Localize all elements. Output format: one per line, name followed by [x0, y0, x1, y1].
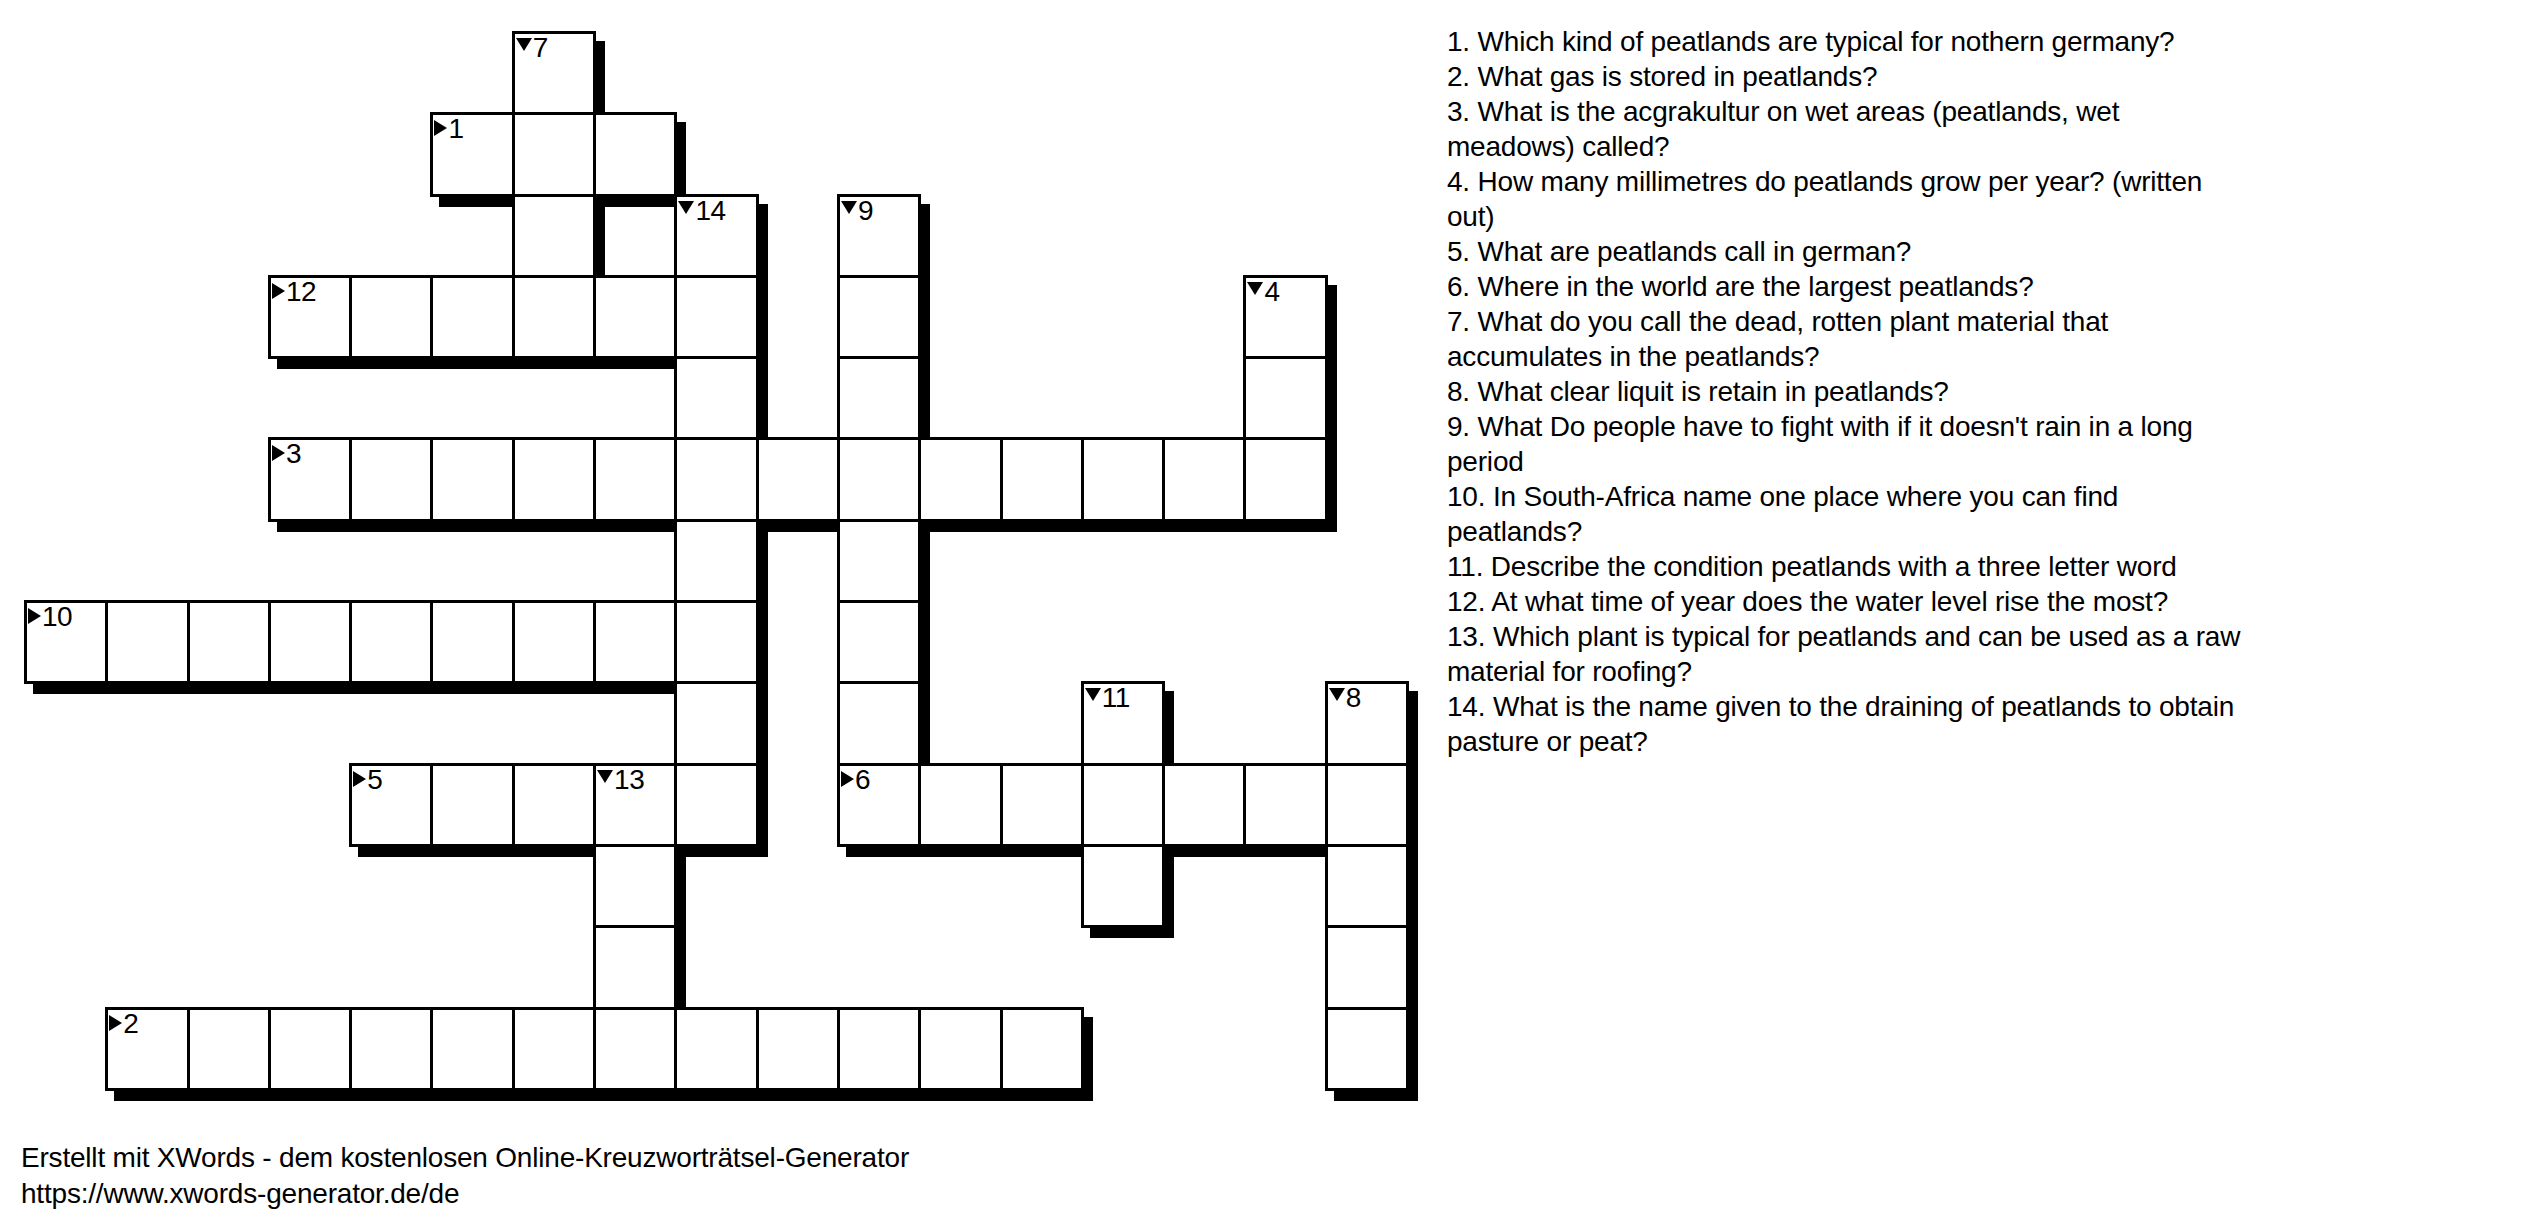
crossword-cell[interactable] [837, 519, 921, 603]
crossword-cell[interactable] [1081, 763, 1165, 847]
crossword-cell[interactable] [837, 194, 921, 278]
crossword-cell[interactable] [1000, 1007, 1084, 1091]
crossword-cell[interactable] [187, 1007, 271, 1091]
crossword-cell[interactable] [593, 844, 677, 928]
crossword-cell[interactable] [918, 763, 1002, 847]
crossword-cell[interactable] [593, 763, 677, 847]
crossword-cell[interactable] [837, 681, 921, 765]
crossword-cell[interactable] [430, 600, 514, 684]
crossword-cell[interactable] [1162, 437, 1246, 521]
crossword-cell[interactable] [756, 437, 840, 521]
clue-text-6: 6. Where in the world are the largest pe… [1447, 269, 2507, 304]
crossword-cell[interactable] [268, 600, 352, 684]
crossword-cell[interactable] [837, 437, 921, 521]
crossword-cell[interactable] [837, 356, 921, 440]
clue-text-8: 8. What clear liquit is retain in peatla… [1447, 374, 2507, 409]
crossword-cell[interactable] [837, 275, 921, 359]
crossword-board: 1234567891011121314 [24, 31, 1406, 1088]
crossword-cell[interactable] [674, 437, 758, 521]
crossword-cell[interactable] [512, 600, 596, 684]
crossword-cell[interactable] [268, 1007, 352, 1091]
crossword-cell[interactable] [593, 437, 677, 521]
clue-text-5: 5. What are peatlands call in german? [1447, 234, 2507, 269]
crossword-cell[interactable] [837, 1007, 921, 1091]
crossword-cell[interactable] [187, 600, 271, 684]
crossword-cell[interactable] [1081, 437, 1165, 521]
crossword-cell[interactable] [430, 275, 514, 359]
clue-text-14: 14. What is the name given to the draini… [1447, 689, 2507, 759]
crossword-cell[interactable] [512, 31, 596, 115]
crossword-cell[interactable] [1162, 763, 1246, 847]
crossword-cell[interactable] [268, 437, 352, 521]
clues-panel: 1. Which kind of peatlands are typical f… [1447, 24, 2507, 759]
crossword-cell[interactable] [105, 600, 189, 684]
crossword-cell[interactable] [593, 925, 677, 1009]
crossword-cell[interactable] [430, 1007, 514, 1091]
page: 1234567891011121314 1. Which kind of pea… [0, 0, 2524, 1229]
generator-url: https://www.xwords-generator.de/de [21, 1176, 909, 1212]
crossword-cell[interactable] [105, 1007, 189, 1091]
crossword-cell[interactable] [1243, 763, 1327, 847]
crossword-cell[interactable] [512, 112, 596, 196]
clue-text-4: 4. How many millimetres do peatlands gro… [1447, 164, 2507, 234]
crossword-cell[interactable] [512, 194, 596, 278]
crossword-cell[interactable] [430, 112, 514, 196]
crossword-cell[interactable] [430, 763, 514, 847]
crossword-cell[interactable] [593, 1007, 677, 1091]
crossword-cell[interactable] [674, 681, 758, 765]
clue-text-11: 11. Describe the condition peatlands wit… [1447, 549, 2507, 584]
crossword-cell[interactable] [1325, 1007, 1409, 1091]
generator-credit-line: Erstellt mit XWords - dem kostenlosen On… [21, 1140, 909, 1176]
crossword-cell[interactable] [1081, 681, 1165, 765]
crossword-cell[interactable] [593, 275, 677, 359]
crossword-cell[interactable] [349, 275, 433, 359]
crossword-cell[interactable] [756, 1007, 840, 1091]
crossword-cell[interactable] [1325, 844, 1409, 928]
crossword-cell[interactable] [24, 600, 108, 684]
crossword-cell[interactable] [674, 763, 758, 847]
crossword-cell[interactable] [349, 600, 433, 684]
crossword-cell[interactable] [1081, 844, 1165, 928]
crossword-cell[interactable] [349, 1007, 433, 1091]
crossword-cell[interactable] [1243, 356, 1327, 440]
crossword-cell[interactable] [512, 763, 596, 847]
clue-text-12: 12. At what time of year does the water … [1447, 584, 2507, 619]
clue-text-13: 13. Which plant is typical for peatlands… [1447, 619, 2507, 689]
crossword-cell[interactable] [512, 437, 596, 521]
clue-text-1: 1. Which kind of peatlands are typical f… [1447, 24, 2507, 59]
crossword-cell[interactable] [430, 437, 514, 521]
crossword-cell[interactable] [674, 275, 758, 359]
crossword-cell[interactable] [1325, 763, 1409, 847]
crossword-cell[interactable] [593, 112, 677, 196]
crossword-cell[interactable] [837, 600, 921, 684]
crossword-cell[interactable] [674, 194, 758, 278]
crossword-cell[interactable] [918, 437, 1002, 521]
crossword-cell[interactable] [268, 275, 352, 359]
clue-text-3: 3. What is the acgrakultur on wet areas … [1447, 94, 2507, 164]
generator-credit: Erstellt mit XWords - dem kostenlosen On… [21, 1140, 909, 1212]
crossword-cell[interactable] [512, 275, 596, 359]
crossword-cell[interactable] [918, 1007, 1002, 1091]
crossword-cell[interactable] [1000, 437, 1084, 521]
crossword-cell[interactable] [674, 1007, 758, 1091]
clue-text-9: 9. What Do people have to fight with if … [1447, 409, 2507, 479]
crossword-cell[interactable] [593, 600, 677, 684]
clue-text-10: 10. In South-Africa name one place where… [1447, 479, 2507, 549]
crossword-cell[interactable] [837, 763, 921, 847]
crossword-cell[interactable] [1325, 925, 1409, 1009]
crossword-cell[interactable] [349, 437, 433, 521]
crossword-cell[interactable] [674, 600, 758, 684]
crossword-cell[interactable] [674, 519, 758, 603]
clue-text-7: 7. What do you call the dead, rotten pla… [1447, 304, 2507, 374]
crossword-cell[interactable] [1243, 275, 1327, 359]
crossword-cell[interactable] [1243, 437, 1327, 521]
crossword-cell[interactable] [1325, 681, 1409, 765]
clue-text-2: 2. What gas is stored in peatlands? [1447, 59, 2507, 94]
crossword-cell[interactable] [1000, 763, 1084, 847]
crossword-cell[interactable] [674, 356, 758, 440]
crossword-cell[interactable] [512, 1007, 596, 1091]
crossword-cell[interactable] [349, 763, 433, 847]
